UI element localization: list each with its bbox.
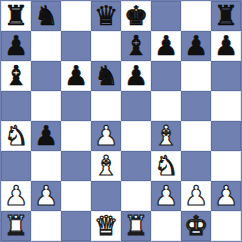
square-d5[interactable] xyxy=(91,91,121,121)
white-pawn-piece[interactable]: ♟ xyxy=(94,122,118,149)
white-rook-piece[interactable]: ♜ xyxy=(124,212,148,239)
square-c4[interactable] xyxy=(61,121,91,151)
white-bishop-piece[interactable]: ♝ xyxy=(154,122,178,149)
square-d8[interactable]: ♛ xyxy=(91,1,121,31)
square-d7[interactable] xyxy=(91,31,121,61)
black-rook-piece[interactable]: ♜ xyxy=(214,2,238,29)
square-a5[interactable] xyxy=(1,91,31,121)
square-e1[interactable]: ♜ xyxy=(121,211,151,241)
square-f6[interactable] xyxy=(151,61,181,91)
white-bishop-piece[interactable]: ♝ xyxy=(94,152,118,179)
square-d1[interactable]: ♛ xyxy=(91,211,121,241)
square-g2[interactable]: ♟ xyxy=(181,181,211,211)
white-pawn-piece[interactable]: ♟ xyxy=(4,182,28,209)
square-h5[interactable] xyxy=(211,91,241,121)
square-c7[interactable] xyxy=(61,31,91,61)
square-g7[interactable]: ♟ xyxy=(181,31,211,61)
square-a1[interactable]: ♜ xyxy=(1,211,31,241)
square-a7[interactable]: ♟ xyxy=(1,31,31,61)
black-pawn-piece[interactable]: ♟ xyxy=(34,122,58,149)
black-queen-piece[interactable]: ♛ xyxy=(94,2,118,29)
square-a8[interactable]: ♜ xyxy=(1,1,31,31)
square-b5[interactable] xyxy=(31,91,61,121)
square-h2[interactable]: ♟ xyxy=(211,181,241,211)
square-b3[interactable] xyxy=(31,151,61,181)
black-knight-piece[interactable]: ♞ xyxy=(94,62,118,89)
square-e2[interactable] xyxy=(121,181,151,211)
square-h3[interactable] xyxy=(211,151,241,181)
square-g1[interactable]: ♚ xyxy=(181,211,211,241)
square-b2[interactable]: ♟ xyxy=(31,181,61,211)
white-queen-piece[interactable]: ♛ xyxy=(94,212,118,239)
white-pawn-piece[interactable]: ♟ xyxy=(154,182,178,209)
square-c5[interactable] xyxy=(61,91,91,121)
square-c2[interactable] xyxy=(61,181,91,211)
square-b4[interactable]: ♟ xyxy=(31,121,61,151)
square-f2[interactable]: ♟ xyxy=(151,181,181,211)
black-bishop-piece[interactable]: ♝ xyxy=(124,32,148,59)
square-e4[interactable] xyxy=(121,121,151,151)
square-g4[interactable] xyxy=(181,121,211,151)
white-king-piece[interactable]: ♚ xyxy=(184,212,208,239)
black-pawn-piece[interactable]: ♟ xyxy=(64,62,88,89)
white-knight-piece[interactable]: ♞ xyxy=(4,122,28,149)
square-c6[interactable]: ♟ xyxy=(61,61,91,91)
black-pawn-piece[interactable]: ♟ xyxy=(214,32,238,59)
white-pawn-piece[interactable]: ♟ xyxy=(184,182,208,209)
black-bishop-piece[interactable]: ♝ xyxy=(4,62,28,89)
chess-board-container: ♜♞♛♚♜♟♝♟♟♟♝♟♞♟♞♟♟♝♝♞♟♟♟♟♟♜♛♜♚ xyxy=(0,0,242,242)
square-g5[interactable] xyxy=(181,91,211,121)
square-c1[interactable] xyxy=(61,211,91,241)
square-b1[interactable] xyxy=(31,211,61,241)
square-d4[interactable]: ♟ xyxy=(91,121,121,151)
square-f5[interactable] xyxy=(151,91,181,121)
white-pawn-piece[interactable]: ♟ xyxy=(34,182,58,209)
square-h6[interactable] xyxy=(211,61,241,91)
black-rook-piece[interactable]: ♜ xyxy=(4,2,28,29)
black-pawn-piece[interactable]: ♟ xyxy=(154,32,178,59)
square-f3[interactable]: ♞ xyxy=(151,151,181,181)
white-knight-piece[interactable]: ♞ xyxy=(154,152,178,179)
square-b7[interactable] xyxy=(31,31,61,61)
square-d3[interactable]: ♝ xyxy=(91,151,121,181)
black-knight-piece[interactable]: ♞ xyxy=(34,2,58,29)
square-h1[interactable] xyxy=(211,211,241,241)
square-f7[interactable]: ♟ xyxy=(151,31,181,61)
square-f8[interactable] xyxy=(151,1,181,31)
black-pawn-piece[interactable]: ♟ xyxy=(184,32,208,59)
square-b6[interactable] xyxy=(31,61,61,91)
square-g6[interactable] xyxy=(181,61,211,91)
black-pawn-piece[interactable]: ♟ xyxy=(124,62,148,89)
white-pawn-piece[interactable]: ♟ xyxy=(214,182,238,209)
square-d2[interactable] xyxy=(91,181,121,211)
square-f4[interactable]: ♝ xyxy=(151,121,181,151)
square-a3[interactable] xyxy=(1,151,31,181)
square-e8[interactable]: ♚ xyxy=(121,1,151,31)
square-h8[interactable]: ♜ xyxy=(211,1,241,31)
square-f1[interactable] xyxy=(151,211,181,241)
square-c3[interactable] xyxy=(61,151,91,181)
square-e7[interactable]: ♝ xyxy=(121,31,151,61)
square-a4[interactable]: ♞ xyxy=(1,121,31,151)
black-pawn-piece[interactable]: ♟ xyxy=(4,32,28,59)
square-h7[interactable]: ♟ xyxy=(211,31,241,61)
square-c8[interactable] xyxy=(61,1,91,31)
chess-board: ♜♞♛♚♜♟♝♟♟♟♝♟♞♟♞♟♟♝♝♞♟♟♟♟♟♜♛♜♚ xyxy=(0,0,242,242)
square-b8[interactable]: ♞ xyxy=(31,1,61,31)
square-h4[interactable] xyxy=(211,121,241,151)
square-d6[interactable]: ♞ xyxy=(91,61,121,91)
square-g8[interactable] xyxy=(181,1,211,31)
black-king-piece[interactable]: ♚ xyxy=(124,2,148,29)
square-e6[interactable]: ♟ xyxy=(121,61,151,91)
square-a6[interactable]: ♝ xyxy=(1,61,31,91)
square-g3[interactable] xyxy=(181,151,211,181)
square-e5[interactable] xyxy=(121,91,151,121)
white-rook-piece[interactable]: ♜ xyxy=(4,212,28,239)
square-e3[interactable] xyxy=(121,151,151,181)
square-a2[interactable]: ♟ xyxy=(1,181,31,211)
